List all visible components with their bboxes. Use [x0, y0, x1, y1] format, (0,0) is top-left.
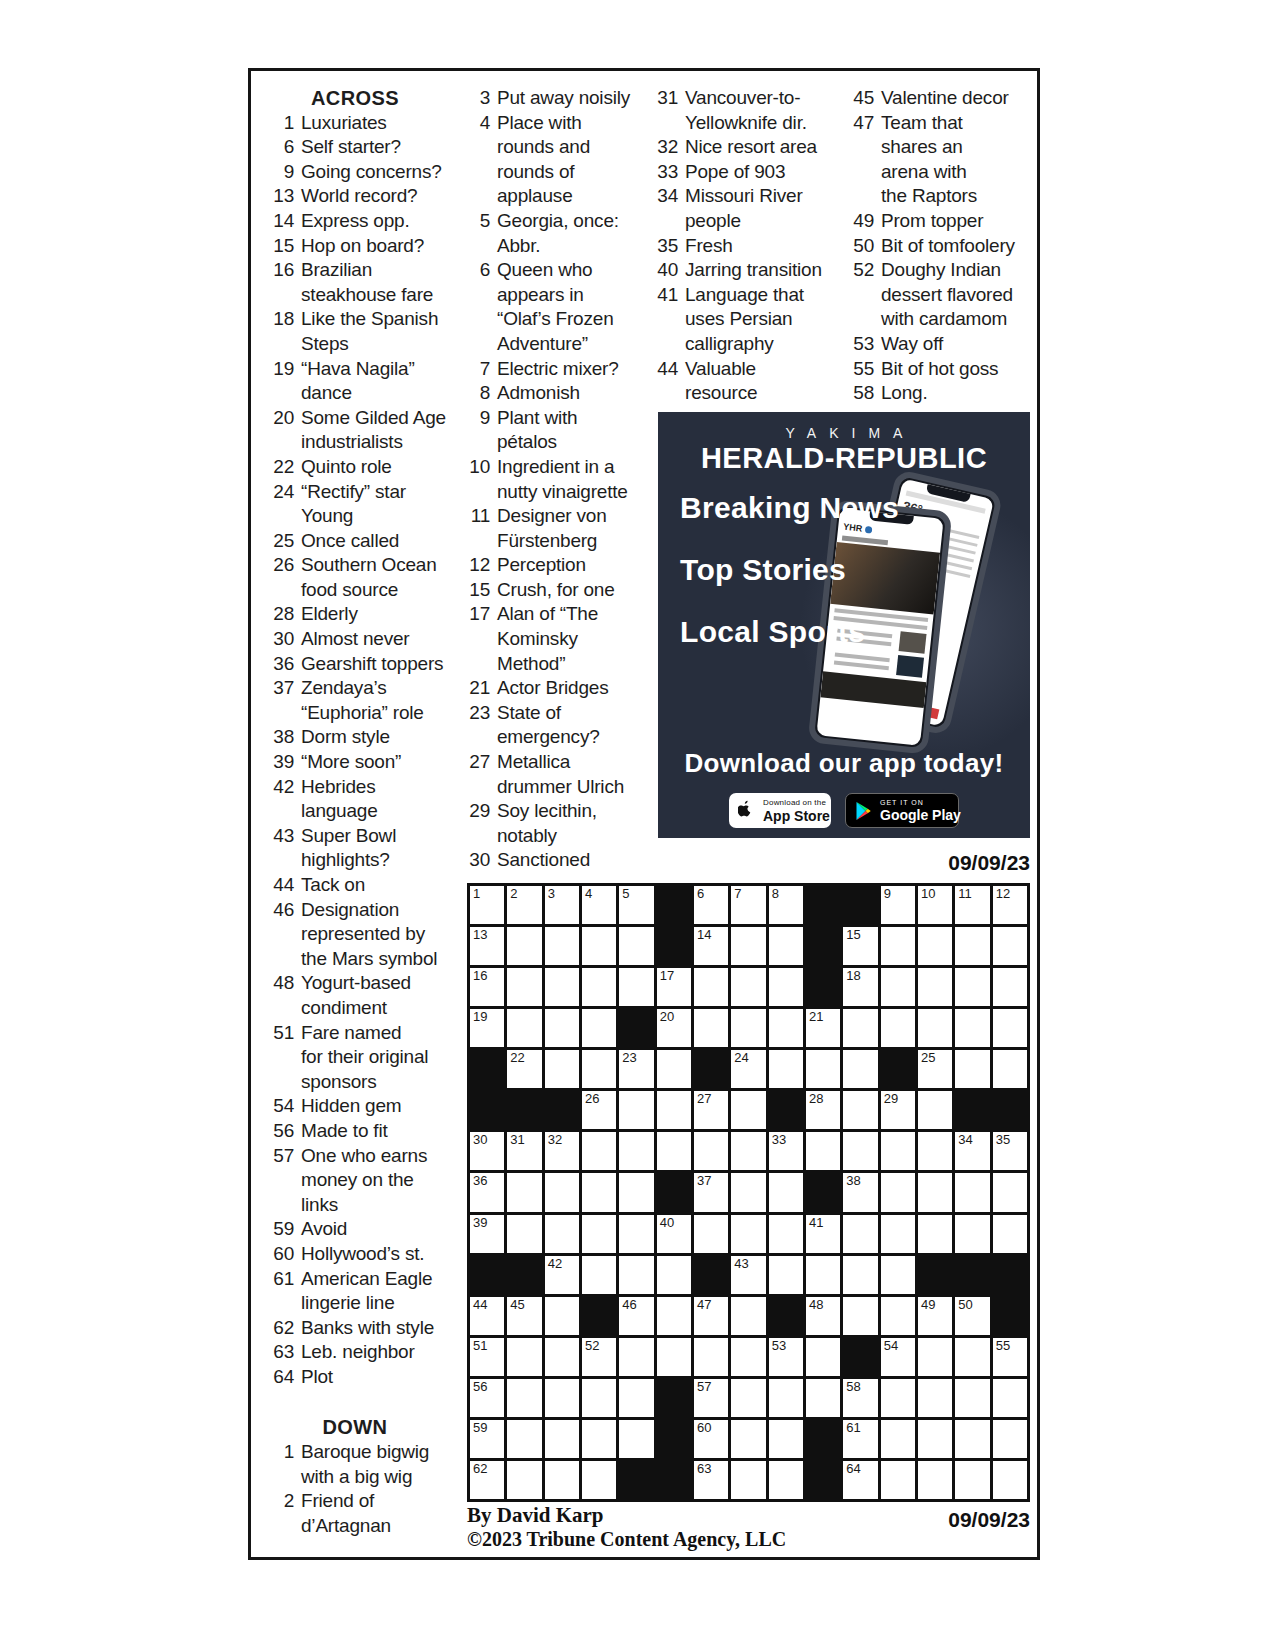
google-play-badge[interactable]: GET IT ON Google Play: [845, 793, 959, 828]
clue: 4Place with rounds and rounds of applaus…: [452, 111, 640, 209]
clue-number: 1: [262, 1440, 294, 1489]
grid-cell[interactable]: [694, 1338, 728, 1376]
grid-cell[interactable]: 59: [470, 1420, 504, 1458]
grid-cell[interactable]: 17: [657, 968, 691, 1006]
grid-cell[interactable]: [993, 927, 1027, 965]
grid-cell[interactable]: [731, 1379, 765, 1417]
grid-cell[interactable]: [545, 1338, 579, 1376]
grid-cell[interactable]: 49: [918, 1297, 952, 1335]
grid-cell[interactable]: 28: [806, 1091, 840, 1129]
grid-cell[interactable]: [657, 1297, 691, 1335]
clue-number: 20: [262, 406, 294, 455]
grid-cell[interactable]: [843, 1256, 877, 1294]
grid-cell[interactable]: 45: [507, 1297, 541, 1335]
clue: 21Actor Bridges: [452, 676, 640, 701]
clue-number: 6: [452, 258, 490, 356]
black-cell: [657, 1420, 691, 1458]
grid-cell[interactable]: [582, 1050, 616, 1088]
clue-number: 33: [640, 160, 678, 185]
down-clue-list-4: 45Valentine decor47Team that shares an a…: [836, 86, 1024, 430]
grid-cell[interactable]: [582, 927, 616, 965]
clue: 28Elderly: [262, 602, 448, 627]
black-cell: [843, 886, 877, 924]
grid-cell[interactable]: [694, 1132, 728, 1170]
grid-cell[interactable]: [843, 1215, 877, 1253]
grid-cell[interactable]: [657, 1338, 691, 1376]
black-cell: [806, 1420, 840, 1458]
clue: 61American Eagle lingerie line: [262, 1267, 448, 1316]
grid-cell[interactable]: [619, 1091, 653, 1129]
clue-text: Hebrides language: [301, 775, 448, 824]
grid-cell[interactable]: [955, 1379, 989, 1417]
grid-cell[interactable]: 50: [955, 1297, 989, 1335]
clue-number: 54: [262, 1094, 294, 1119]
grid-cell[interactable]: 40: [657, 1215, 691, 1253]
cell-number: 19: [473, 1010, 487, 1024]
grid-cell[interactable]: [619, 1420, 653, 1458]
clue-text: Put away noisily: [497, 86, 640, 111]
grid-cell[interactable]: [993, 1050, 1027, 1088]
grid-cell[interactable]: 36: [470, 1173, 504, 1211]
cell-number: 64: [846, 1462, 860, 1476]
clue: 64Plot: [262, 1365, 448, 1390]
clue-text: Gearshift toppers: [301, 652, 448, 677]
grid-cell[interactable]: [545, 1461, 579, 1499]
cell-number: 59: [473, 1421, 487, 1435]
grid-cell[interactable]: [918, 1379, 952, 1417]
grid-cell[interactable]: [769, 1050, 803, 1088]
clue-number: 8: [452, 381, 490, 406]
news-thumbnail: [899, 631, 927, 654]
cell-number: 3: [548, 887, 555, 901]
clue-text: Crush, for one: [497, 578, 640, 603]
clue: 1Luxuriates: [262, 111, 448, 136]
clue-text: Once called: [301, 529, 448, 554]
grid-cell[interactable]: [769, 927, 803, 965]
grid-cell[interactable]: [657, 1132, 691, 1170]
grid-cell[interactable]: [806, 1050, 840, 1088]
grid-cell[interactable]: [731, 1420, 765, 1458]
grid-cell[interactable]: 58: [843, 1379, 877, 1417]
grid-cell[interactable]: [507, 1215, 541, 1253]
clue: 48Yogurt-based condiment: [262, 971, 448, 1020]
clue-number: 27: [452, 750, 490, 799]
cell-number: 5: [622, 887, 629, 901]
grid-cell[interactable]: [545, 1379, 579, 1417]
grid-cell[interactable]: [843, 1091, 877, 1129]
grid-cell[interactable]: 26: [582, 1091, 616, 1129]
grid-cell[interactable]: [619, 1173, 653, 1211]
clue-text: Baroque bigwig with a big wig: [301, 1440, 448, 1489]
grid-cell[interactable]: 46: [619, 1297, 653, 1335]
clue-number: 12: [452, 553, 490, 578]
grid-cell[interactable]: [769, 1173, 803, 1211]
grid-cell[interactable]: [843, 1009, 877, 1047]
clue: 5Georgia, once: Abbr.: [452, 209, 640, 258]
clue: 15Crush, for one: [452, 578, 640, 603]
clue-number: 23: [452, 701, 490, 750]
grid-cell[interactable]: 4: [582, 886, 616, 924]
grid-cell[interactable]: 55: [993, 1338, 1027, 1376]
grid-cell[interactable]: [582, 1132, 616, 1170]
clue-number: 38: [262, 725, 294, 750]
grid-cell[interactable]: 64: [843, 1461, 877, 1499]
clue-text: Made to fit: [301, 1119, 448, 1144]
grid-cell[interactable]: 38: [843, 1173, 877, 1211]
grid-cell[interactable]: 15: [843, 927, 877, 965]
grid-cell[interactable]: 23: [619, 1050, 653, 1088]
grid-cell[interactable]: 21: [806, 1009, 840, 1047]
grid-cell[interactable]: [582, 968, 616, 1006]
cell-number: 24: [734, 1051, 748, 1065]
grid-cell[interactable]: [619, 968, 653, 1006]
grid-cell[interactable]: [582, 1173, 616, 1211]
clue-text: American Eagle lingerie line: [301, 1267, 448, 1316]
black-cell: [843, 1338, 877, 1376]
cell-number: 26: [585, 1092, 599, 1106]
clue-text: Team that shares an arena with the Rapto…: [881, 111, 1024, 209]
clue-number: 3: [452, 86, 490, 111]
grid-cell[interactable]: 7: [731, 886, 765, 924]
clue: 3Put away noisily: [452, 86, 640, 111]
grid-cell[interactable]: [955, 1420, 989, 1458]
grid-cell[interactable]: [507, 1009, 541, 1047]
clue-number: 55: [836, 357, 874, 382]
grid-cell[interactable]: [769, 1215, 803, 1253]
grid-cell[interactable]: 27: [694, 1091, 728, 1129]
grid-cell[interactable]: [918, 1461, 952, 1499]
grid-cell[interactable]: [582, 1009, 616, 1047]
grid-cell[interactable]: [955, 1215, 989, 1253]
grid-cell[interactable]: [881, 1132, 915, 1170]
clue-number: 10: [452, 455, 490, 504]
grid-cell[interactable]: [769, 1256, 803, 1294]
clue-text: Almost never: [301, 627, 448, 652]
clue-number: 14: [262, 209, 294, 234]
grid-cell[interactable]: [619, 927, 653, 965]
grid-cell[interactable]: [545, 1297, 579, 1335]
grid-cell[interactable]: [918, 1091, 952, 1129]
clue: 47Team that shares an arena with the Rap…: [836, 111, 1024, 209]
grid-cell[interactable]: 18: [843, 968, 877, 1006]
grid-cell[interactable]: [993, 1009, 1027, 1047]
grid-cell[interactable]: 32: [545, 1132, 579, 1170]
google-play-big-text: Google Play: [880, 808, 961, 822]
grid-cell[interactable]: [619, 1132, 653, 1170]
grid-cell[interactable]: [769, 968, 803, 1006]
grid-cell[interactable]: [507, 1461, 541, 1499]
grid-cell[interactable]: 47: [694, 1297, 728, 1335]
grid-cell[interactable]: [843, 1050, 877, 1088]
grid-cell[interactable]: [881, 1461, 915, 1499]
black-cell: [806, 1461, 840, 1499]
clue-column-3: 31Vancouver-to- Yellowknife dir.32Nice r…: [640, 86, 835, 406]
grid-cell[interactable]: [881, 1215, 915, 1253]
grid-cell[interactable]: [545, 968, 579, 1006]
grid-cell[interactable]: [955, 1461, 989, 1499]
grid-cell[interactable]: [918, 1338, 952, 1376]
grid-cell[interactable]: 37: [694, 1173, 728, 1211]
grid-cell[interactable]: [881, 1420, 915, 1458]
grid-cell[interactable]: [806, 1132, 840, 1170]
black-cell: [657, 1173, 691, 1211]
grid-cell[interactable]: [731, 1132, 765, 1170]
grid-cell[interactable]: 6: [694, 886, 728, 924]
grid-cell[interactable]: 35: [993, 1132, 1027, 1170]
app-store-badge[interactable]: Download on the App Store: [729, 793, 831, 828]
grid-cell[interactable]: 1: [470, 886, 504, 924]
grid-cell[interactable]: 54: [881, 1338, 915, 1376]
clue: 32Nice resort area: [640, 135, 835, 160]
cell-number: 15: [846, 928, 860, 942]
grid-cell[interactable]: [545, 1173, 579, 1211]
clue-number: 11: [452, 504, 490, 553]
clue: 9Going concerns?: [262, 160, 448, 185]
grid-cell[interactable]: [731, 1215, 765, 1253]
black-cell: [769, 1297, 803, 1335]
grid-cell[interactable]: 56: [470, 1379, 504, 1417]
grid-cell[interactable]: [545, 1420, 579, 1458]
app-store-big-text: App Store: [763, 809, 830, 823]
grid-cell[interactable]: 42: [545, 1256, 579, 1294]
grid-cell[interactable]: [993, 1420, 1027, 1458]
grid-cell[interactable]: [918, 927, 952, 965]
grid-cell[interactable]: [507, 1379, 541, 1417]
grid-cell[interactable]: 12: [993, 886, 1027, 924]
clue-text: Metallica drummer Ulrich: [497, 750, 640, 799]
clue-column-2: 3Put away noisily4Place with rounds and …: [452, 86, 640, 873]
grid-cell[interactable]: 9: [881, 886, 915, 924]
clue-text: Valuable resource: [685, 357, 835, 406]
grid-cell[interactable]: 41: [806, 1215, 840, 1253]
grid-cell[interactable]: [806, 1256, 840, 1294]
grid-cell[interactable]: [993, 1215, 1027, 1253]
grid-cell[interactable]: 33: [769, 1132, 803, 1170]
clue-text: Vancouver-to- Yellowknife dir.: [685, 86, 835, 135]
cell-number: 6: [697, 887, 704, 901]
grid-cell[interactable]: [881, 1173, 915, 1211]
grid-cell[interactable]: [993, 1461, 1027, 1499]
grid-cell[interactable]: 25: [918, 1050, 952, 1088]
clue-text: Plot: [301, 1365, 448, 1390]
grid-cell[interactable]: [731, 1297, 765, 1335]
grid-cell[interactable]: [731, 927, 765, 965]
grid-cell[interactable]: 43: [731, 1256, 765, 1294]
grid-cell[interactable]: [731, 968, 765, 1006]
grid-cell[interactable]: [545, 927, 579, 965]
grid-cell[interactable]: 16: [470, 968, 504, 1006]
grid-cell[interactable]: [582, 1379, 616, 1417]
grid-cell[interactable]: [619, 1215, 653, 1253]
grid-cell[interactable]: [582, 1256, 616, 1294]
grid-cell[interactable]: [694, 1009, 728, 1047]
clue-number: 17: [452, 602, 490, 676]
clue-text: Friend of d’Artagnan: [301, 1489, 448, 1538]
grid-cell[interactable]: 11: [955, 886, 989, 924]
across-clue-list: 1Luxuriates6Self starter?9Going concerns…: [262, 111, 448, 1390]
grid-cell[interactable]: [657, 1256, 691, 1294]
grid-cell[interactable]: [507, 1338, 541, 1376]
cell-number: 45: [510, 1298, 524, 1312]
grid-cell[interactable]: 63: [694, 1461, 728, 1499]
clue: 39“More soon”: [262, 750, 448, 775]
clue-text: Designer von Fürstenberg: [497, 504, 640, 553]
clue-number: 2: [262, 1489, 294, 1538]
crossword-grid[interactable]: 1234567891011121314151617181920212223242…: [467, 883, 1030, 1502]
grid-cell[interactable]: 2: [507, 886, 541, 924]
grid-cell[interactable]: [955, 1173, 989, 1211]
grid-cell[interactable]: [955, 1050, 989, 1088]
grid-cell[interactable]: 60: [694, 1420, 728, 1458]
grid-cell[interactable]: 48: [806, 1297, 840, 1335]
grid-cell[interactable]: [769, 1420, 803, 1458]
cell-number: 10: [921, 887, 935, 901]
grid-cell[interactable]: 13: [470, 927, 504, 965]
black-cell: [993, 1256, 1027, 1294]
grid-cell[interactable]: [731, 1173, 765, 1211]
grid-cell[interactable]: [657, 1050, 691, 1088]
clue-number: 60: [262, 1242, 294, 1267]
grid-cell[interactable]: 3: [545, 886, 579, 924]
grid-cell[interactable]: 51: [470, 1338, 504, 1376]
grid-cell[interactable]: 53: [769, 1338, 803, 1376]
grid-cell[interactable]: [507, 968, 541, 1006]
grid-cell[interactable]: [731, 1009, 765, 1047]
grid-cell[interactable]: [806, 1379, 840, 1417]
grid-cell[interactable]: [507, 1420, 541, 1458]
grid-cell[interactable]: [955, 927, 989, 965]
grid-cell[interactable]: [993, 968, 1027, 1006]
grid-cell[interactable]: [881, 968, 915, 1006]
ad-feature: Top Stories: [680, 552, 899, 588]
grid-cell[interactable]: 20: [657, 1009, 691, 1047]
grid-cell[interactable]: [619, 1338, 653, 1376]
black-cell: [955, 1091, 989, 1129]
clue: 50Bit of tomfoolery: [836, 234, 1024, 259]
grid-cell[interactable]: 57: [694, 1379, 728, 1417]
cell-number: 30: [473, 1133, 487, 1147]
clue: 35Fresh: [640, 234, 835, 259]
grid-cell[interactable]: [918, 1420, 952, 1458]
grid-cell[interactable]: 22: [507, 1050, 541, 1088]
grid-cell[interactable]: [918, 1173, 952, 1211]
cell-number: 13: [473, 928, 487, 942]
grid-cell[interactable]: [918, 1132, 952, 1170]
black-cell: [694, 1050, 728, 1088]
clue: 54Hidden gem: [262, 1094, 448, 1119]
grid-cell[interactable]: [806, 1338, 840, 1376]
grid-cell[interactable]: 24: [731, 1050, 765, 1088]
clue-text: Nice resort area: [685, 135, 835, 160]
grid-cell[interactable]: 5: [619, 886, 653, 924]
cell-number: 29: [884, 1092, 898, 1106]
clue: 6Queen who appears in “Olaf’s Frozen Adv…: [452, 258, 640, 356]
grid-cell[interactable]: [993, 1173, 1027, 1211]
grid-cell[interactable]: 62: [470, 1461, 504, 1499]
grid-cell[interactable]: [545, 1009, 579, 1047]
grid-cell[interactable]: 31: [507, 1132, 541, 1170]
clue-text: Express opp.: [301, 209, 448, 234]
grid-cell[interactable]: 14: [694, 927, 728, 965]
grid-cell[interactable]: 8: [769, 886, 803, 924]
clue-number: 37: [262, 676, 294, 725]
cell-number: 62: [473, 1462, 487, 1476]
grid-cell[interactable]: [582, 1215, 616, 1253]
grid-cell[interactable]: [657, 1091, 691, 1129]
grid-cell[interactable]: [582, 1461, 616, 1499]
clue-text: Leb. neighbor: [301, 1340, 448, 1365]
grid-cell[interactable]: [731, 1091, 765, 1129]
grid-cell[interactable]: 10: [918, 886, 952, 924]
clue: 25Once called: [262, 529, 448, 554]
grid-cell[interactable]: 44: [470, 1297, 504, 1335]
clue: 43Super Bowl highlights?: [262, 824, 448, 873]
grid-cell[interactable]: [843, 1297, 877, 1335]
grid-cell[interactable]: [619, 1256, 653, 1294]
grid-cell[interactable]: [769, 1461, 803, 1499]
grid-cell[interactable]: [918, 968, 952, 1006]
grid-cell[interactable]: [918, 1215, 952, 1253]
clue-text: Actor Bridges: [497, 676, 640, 701]
black-cell: [657, 1461, 691, 1499]
grid-cell[interactable]: [955, 968, 989, 1006]
grid-cell[interactable]: [769, 1009, 803, 1047]
grid-cell[interactable]: [694, 968, 728, 1006]
grid-cell[interactable]: 34: [955, 1132, 989, 1170]
grid-cell[interactable]: 39: [470, 1215, 504, 1253]
cell-number: 57: [697, 1380, 711, 1394]
grid-cell[interactable]: 52: [582, 1338, 616, 1376]
grid-cell[interactable]: [545, 1050, 579, 1088]
grid-cell[interactable]: [955, 1009, 989, 1047]
grid-cell[interactable]: [694, 1215, 728, 1253]
cell-number: 2: [510, 887, 517, 901]
grid-cell[interactable]: [881, 1009, 915, 1047]
clue-text: Southern Ocean food source: [301, 553, 448, 602]
grid-cell[interactable]: 61: [843, 1420, 877, 1458]
grid-cell[interactable]: [955, 1338, 989, 1376]
app-download-ad: YAKIMA HERALD-REPUBLIC 36° YHR: [658, 412, 1030, 838]
clue-text: “Hava Nagila” dance: [301, 357, 448, 406]
grid-cell[interactable]: [507, 1173, 541, 1211]
grid-cell[interactable]: [843, 1132, 877, 1170]
grid-cell[interactable]: 19: [470, 1009, 504, 1047]
grid-cell[interactable]: [881, 927, 915, 965]
grid-cell[interactable]: [731, 1461, 765, 1499]
clue-text: Ingredient in a nutty vinaigrette: [497, 455, 640, 504]
grid-cell[interactable]: [881, 1297, 915, 1335]
black-cell: [806, 968, 840, 1006]
clue-number: 21: [452, 676, 490, 701]
grid-cell[interactable]: [769, 1379, 803, 1417]
grid-cell[interactable]: [918, 1009, 952, 1047]
clue-text: Avoid: [301, 1217, 448, 1242]
clue-text: Hidden gem: [301, 1094, 448, 1119]
grid-cell[interactable]: 30: [470, 1132, 504, 1170]
grid-cell[interactable]: [731, 1338, 765, 1376]
grid-cell[interactable]: [993, 1379, 1027, 1417]
grid-cell[interactable]: [881, 1379, 915, 1417]
clue-number: 45: [836, 86, 874, 111]
grid-cell[interactable]: 29: [881, 1091, 915, 1129]
grid-cell[interactable]: [582, 1420, 616, 1458]
grid-cell[interactable]: [507, 927, 541, 965]
grid-cell[interactable]: [881, 1256, 915, 1294]
grid-cell[interactable]: [545, 1215, 579, 1253]
clue: 49Prom topper: [836, 209, 1024, 234]
grid-cell[interactable]: [619, 1379, 653, 1417]
black-cell: [955, 1256, 989, 1294]
